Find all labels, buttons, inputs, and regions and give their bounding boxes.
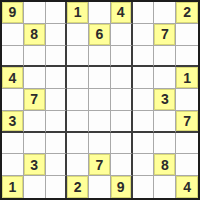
cell-r8c6[interactable] — [111, 154, 133, 176]
cell-r9c7[interactable] — [133, 176, 155, 198]
cell-r5c9[interactable] — [176, 89, 198, 111]
cell-r6c2[interactable] — [24, 111, 46, 133]
cell-r9c6[interactable]: 9 — [111, 176, 133, 198]
cell-r6c6[interactable] — [111, 111, 133, 133]
cell-r5c4[interactable] — [67, 89, 89, 111]
given-digit: 7 — [96, 158, 104, 172]
cell-r1c7[interactable] — [133, 2, 155, 24]
cell-r5c3[interactable] — [46, 89, 68, 111]
cell-r1c2[interactable] — [24, 2, 46, 24]
cell-r6c3[interactable] — [46, 111, 68, 133]
cell-r6c4[interactable] — [67, 111, 89, 133]
cell-r5c6[interactable] — [111, 89, 133, 111]
cell-r4c4[interactable] — [67, 67, 89, 89]
given-digit: 7 — [183, 114, 191, 128]
cell-r1c4[interactable]: 1 — [67, 2, 89, 24]
cell-r6c7[interactable] — [133, 111, 155, 133]
cell-r9c9[interactable]: 4 — [176, 176, 198, 198]
cell-r3c8[interactable] — [154, 46, 176, 68]
cell-r1c6[interactable]: 4 — [111, 2, 133, 24]
cell-r6c8[interactable] — [154, 111, 176, 133]
cell-r7c9[interactable] — [176, 133, 198, 155]
given-digit: 3 — [8, 114, 16, 128]
given-digit: 2 — [74, 180, 82, 194]
cell-r3c2[interactable] — [24, 46, 46, 68]
sudoku-board: 91428674173373781294 — [0, 0, 200, 200]
cell-r4c1[interactable]: 4 — [2, 67, 24, 89]
given-digit: 3 — [30, 158, 38, 172]
cell-r7c4[interactable] — [67, 133, 89, 155]
cell-r9c4[interactable]: 2 — [67, 176, 89, 198]
cell-r2c2[interactable]: 8 — [24, 24, 46, 46]
cell-r4c8[interactable] — [154, 67, 176, 89]
cell-r1c8[interactable] — [154, 2, 176, 24]
cell-r8c5[interactable]: 7 — [89, 154, 111, 176]
cell-r2c5[interactable]: 6 — [89, 24, 111, 46]
cell-r8c8[interactable]: 8 — [154, 154, 176, 176]
given-digit: 2 — [183, 5, 191, 19]
cell-r7c1[interactable] — [2, 133, 24, 155]
cell-r3c9[interactable] — [176, 46, 198, 68]
cell-r8c3[interactable] — [46, 154, 68, 176]
cell-r2c6[interactable] — [111, 24, 133, 46]
cell-r2c9[interactable] — [176, 24, 198, 46]
cell-r2c3[interactable] — [46, 24, 68, 46]
cell-r5c2[interactable]: 7 — [24, 89, 46, 111]
cell-r8c7[interactable] — [133, 154, 155, 176]
given-digit: 8 — [30, 27, 38, 41]
cell-r7c3[interactable] — [46, 133, 68, 155]
cell-r8c1[interactable] — [2, 154, 24, 176]
cell-r2c8[interactable]: 7 — [154, 24, 176, 46]
cell-r7c2[interactable] — [24, 133, 46, 155]
cell-r4c3[interactable] — [46, 67, 68, 89]
cell-r4c2[interactable] — [24, 67, 46, 89]
cell-r2c1[interactable] — [2, 24, 24, 46]
cell-r8c2[interactable]: 3 — [24, 154, 46, 176]
cell-r4c7[interactable] — [133, 67, 155, 89]
given-digit: 4 — [183, 180, 191, 194]
cell-r9c1[interactable]: 1 — [2, 176, 24, 198]
cell-r3c1[interactable] — [2, 46, 24, 68]
cell-r3c5[interactable] — [89, 46, 111, 68]
cell-r4c5[interactable] — [89, 67, 111, 89]
cell-r6c9[interactable]: 7 — [176, 111, 198, 133]
given-digit: 9 — [117, 180, 125, 194]
cell-r7c7[interactable] — [133, 133, 155, 155]
cell-r9c3[interactable] — [46, 176, 68, 198]
given-digit: 7 — [161, 27, 169, 41]
cell-r5c5[interactable] — [89, 89, 111, 111]
cell-r3c7[interactable] — [133, 46, 155, 68]
given-digit: 1 — [74, 5, 82, 19]
given-digit: 7 — [30, 92, 38, 106]
cell-r9c5[interactable] — [89, 176, 111, 198]
cell-r4c6[interactable] — [111, 67, 133, 89]
cell-r1c1[interactable]: 9 — [2, 2, 24, 24]
cell-r7c8[interactable] — [154, 133, 176, 155]
given-digit: 1 — [8, 180, 16, 194]
cell-r1c9[interactable]: 2 — [176, 2, 198, 24]
cell-r3c4[interactable] — [67, 46, 89, 68]
cell-r6c5[interactable] — [89, 111, 111, 133]
cell-r9c8[interactable] — [154, 176, 176, 198]
cell-r2c4[interactable] — [67, 24, 89, 46]
cell-r1c3[interactable] — [46, 2, 68, 24]
cell-r8c9[interactable] — [176, 154, 198, 176]
cell-r4c9[interactable]: 1 — [176, 67, 198, 89]
cell-r5c1[interactable] — [2, 89, 24, 111]
cell-r2c7[interactable] — [133, 24, 155, 46]
given-digit: 3 — [161, 92, 169, 106]
cell-r8c4[interactable] — [67, 154, 89, 176]
given-digit: 8 — [161, 158, 169, 172]
cell-r9c2[interactable] — [24, 176, 46, 198]
given-digit: 4 — [8, 71, 16, 85]
cell-r5c8[interactable]: 3 — [154, 89, 176, 111]
given-digit: 1 — [183, 71, 191, 85]
given-digit: 9 — [8, 5, 16, 19]
cell-r7c5[interactable] — [89, 133, 111, 155]
cell-r1c5[interactable] — [89, 2, 111, 24]
given-digit: 6 — [96, 27, 104, 41]
cell-r6c1[interactable]: 3 — [2, 111, 24, 133]
cell-r3c6[interactable] — [111, 46, 133, 68]
cell-r7c6[interactable] — [111, 133, 133, 155]
given-digit: 4 — [117, 5, 125, 19]
sudoku-puzzle: 91428674173373781294 — [0, 0, 200, 200]
cell-r5c7[interactable] — [133, 89, 155, 111]
cell-r3c3[interactable] — [46, 46, 68, 68]
